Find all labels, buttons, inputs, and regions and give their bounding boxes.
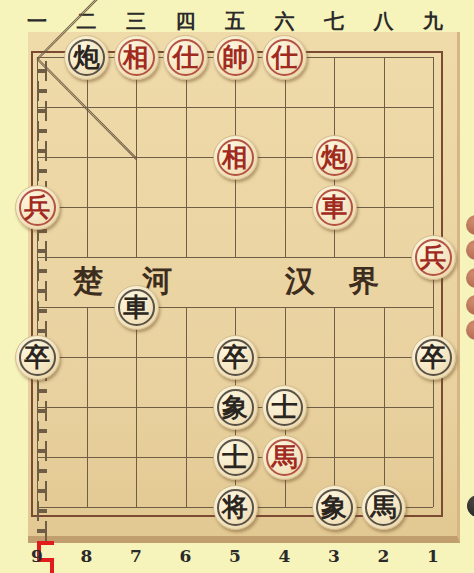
point-marker — [37, 471, 47, 481]
piece-glyph: 象 — [321, 494, 347, 520]
point-marker — [37, 401, 47, 411]
river-text-right: 汉界 — [285, 266, 413, 296]
piece-glyph: 炮 — [74, 44, 100, 70]
file-label-top: 二 — [77, 8, 97, 35]
piece-glyph: 卒 — [24, 344, 50, 370]
piece-black-elephant[interactable]: 象 — [213, 385, 258, 430]
file-label-top: 九 — [423, 8, 443, 35]
xiangqi-board[interactable]: 楚河 汉界 炮相仕帥仕相炮兵車兵車卒卒卒象士士馬将象馬 — [28, 32, 460, 543]
tray-black-piece-partial — [467, 495, 474, 517]
point-marker — [37, 321, 47, 331]
point-marker — [37, 421, 47, 431]
piece-red-chariot[interactable]: 車 — [312, 185, 357, 230]
piece-red-pawn[interactable]: 兵 — [411, 235, 456, 280]
file-label-top: 七 — [324, 8, 344, 35]
piece-glyph: 士 — [222, 444, 248, 470]
point-marker — [37, 481, 47, 491]
piece-glyph: 兵 — [24, 194, 50, 220]
point-marker — [37, 511, 47, 521]
file-label-bottom: 6 — [180, 546, 192, 566]
piece-black-pawn[interactable]: 卒 — [213, 335, 258, 380]
point-marker — [37, 531, 47, 541]
point-marker — [37, 441, 47, 451]
piece-glyph: 馬 — [272, 444, 298, 470]
point-marker — [37, 301, 47, 311]
grid-line — [433, 57, 434, 507]
file-label-bottom: 7 — [130, 546, 142, 566]
point-marker — [37, 281, 47, 291]
file-label-bottom: 8 — [81, 546, 93, 566]
piece-glyph: 将 — [222, 494, 248, 520]
point-marker — [37, 81, 47, 91]
piece-glyph: 兵 — [420, 244, 446, 270]
piece-glyph: 炮 — [321, 144, 347, 170]
bottom-coordinate-labels: 987654321 — [0, 546, 474, 570]
file-label-top: 五 — [225, 8, 245, 35]
piece-red-king[interactable]: 帥 — [213, 35, 258, 80]
piece-glyph: 卒 — [222, 344, 248, 370]
grid-line — [37, 107, 433, 108]
tray-red-piece-partial — [466, 295, 474, 315]
piece-glyph: 車 — [321, 194, 347, 220]
point-marker — [37, 151, 47, 161]
point-marker — [37, 111, 47, 121]
piece-glyph: 仕 — [272, 44, 298, 70]
point-marker — [37, 411, 47, 421]
piece-black-king[interactable]: 将 — [213, 485, 258, 530]
point-marker — [37, 291, 47, 301]
tray-red-piece-partial — [466, 320, 474, 340]
point-marker — [37, 161, 47, 171]
piece-glyph: 士 — [272, 394, 298, 420]
point-marker — [37, 491, 47, 501]
tray-red-piece-partial — [466, 240, 474, 260]
point-marker — [37, 101, 47, 111]
piece-red-cannon[interactable]: 炮 — [312, 135, 357, 180]
piece-glyph: 帥 — [222, 44, 248, 70]
point-marker — [37, 501, 47, 511]
file-label-top: 六 — [275, 8, 295, 35]
grid-line — [37, 307, 433, 308]
piece-glyph: 相 — [123, 44, 149, 70]
piece-black-elephant[interactable]: 象 — [312, 485, 357, 530]
piece-red-horse[interactable]: 馬 — [262, 435, 307, 480]
piece-black-advisor[interactable]: 士 — [262, 385, 307, 430]
point-marker — [37, 521, 47, 531]
file-label-bottom: 2 — [378, 546, 390, 566]
piece-glyph: 車 — [123, 294, 149, 320]
piece-black-pawn[interactable]: 卒 — [411, 335, 456, 380]
point-marker — [37, 171, 47, 181]
piece-glyph: 象 — [222, 394, 248, 420]
piece-glyph: 馬 — [371, 494, 397, 520]
file-label-top: 四 — [176, 8, 196, 35]
point-marker — [37, 241, 47, 251]
tray-red-piece-partial — [466, 215, 474, 235]
piece-red-pawn[interactable]: 兵 — [15, 185, 60, 230]
piece-red-elephant[interactable]: 相 — [114, 35, 159, 80]
point-marker — [37, 271, 47, 281]
board-grid: 楚河 汉界 炮相仕帥仕相炮兵車兵車卒卒卒象士士馬将象馬 — [37, 57, 433, 507]
piece-glyph: 仕 — [173, 44, 199, 70]
file-label-top: 三 — [126, 8, 146, 35]
tray-red-piece-partial — [466, 268, 474, 288]
file-label-bottom: 9 — [31, 546, 43, 566]
point-marker — [37, 431, 47, 441]
file-label-bottom: 1 — [427, 546, 439, 566]
piece-black-pawn[interactable]: 卒 — [15, 335, 60, 380]
file-label-top: 八 — [374, 8, 394, 35]
file-label-top: 一 — [27, 8, 47, 35]
point-marker — [37, 131, 47, 141]
point-marker — [37, 391, 47, 401]
file-label-bottom: 5 — [229, 546, 241, 566]
point-marker — [37, 91, 47, 101]
point-marker — [37, 381, 47, 391]
piece-black-chariot[interactable]: 車 — [114, 285, 159, 330]
point-marker — [37, 261, 47, 271]
file-label-bottom: 4 — [279, 546, 291, 566]
piece-red-elephant[interactable]: 相 — [213, 135, 258, 180]
point-marker — [37, 141, 47, 151]
piece-glyph: 相 — [222, 144, 248, 170]
point-marker — [37, 71, 47, 81]
point-marker — [37, 121, 47, 131]
piece-red-advisor[interactable]: 仕 — [163, 35, 208, 80]
grid-line — [37, 57, 38, 507]
file-label-bottom: 3 — [328, 546, 340, 566]
grid-line — [37, 257, 433, 258]
xiangqi-app: 一二三四五六七八九 楚河 汉界 炮相仕帥仕相炮兵車兵車卒卒卒象士士馬将象馬 98… — [0, 0, 474, 573]
piece-black-cannon[interactable]: 炮 — [64, 35, 109, 80]
piece-black-horse[interactable]: 馬 — [361, 485, 406, 530]
point-marker — [37, 311, 47, 321]
point-marker — [37, 231, 47, 241]
piece-black-advisor[interactable]: 士 — [213, 435, 258, 480]
grid-line — [37, 207, 433, 208]
piece-glyph: 卒 — [420, 344, 446, 370]
top-coordinate-labels: 一二三四五六七八九 — [0, 8, 474, 32]
point-marker — [37, 451, 47, 461]
point-marker — [37, 461, 47, 471]
point-marker — [37, 251, 47, 261]
piece-red-advisor[interactable]: 仕 — [262, 35, 307, 80]
